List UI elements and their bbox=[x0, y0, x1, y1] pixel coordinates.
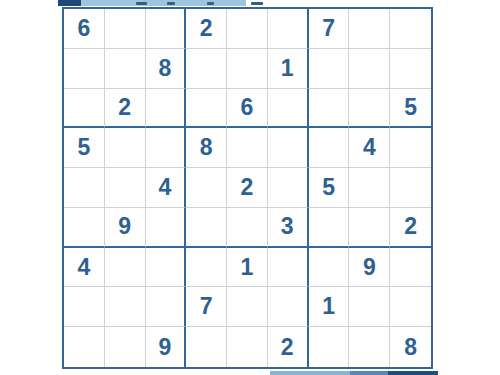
cell-r2c5[interactable] bbox=[227, 49, 268, 89]
cell-r1c4[interactable]: 2 bbox=[186, 9, 227, 49]
cell-r5c5[interactable]: 2 bbox=[227, 168, 268, 208]
cell-r4c2[interactable] bbox=[105, 128, 146, 168]
cell-r4c9[interactable] bbox=[390, 128, 431, 168]
cell-r4c7[interactable] bbox=[309, 128, 350, 168]
cell-r1c5[interactable] bbox=[227, 9, 268, 49]
cell-r7c9[interactable] bbox=[390, 248, 431, 288]
cell-r8c9[interactable] bbox=[390, 287, 431, 327]
cell-r7c1[interactable]: 4 bbox=[64, 248, 105, 288]
bottom-bar-light-segment bbox=[270, 371, 350, 375]
cell-r3c2[interactable]: 2 bbox=[105, 89, 146, 129]
cell-r5c6[interactable] bbox=[268, 168, 309, 208]
bottom-bar-mid-segment bbox=[350, 371, 388, 375]
cell-r6c4[interactable] bbox=[186, 208, 227, 248]
cell-r3c8[interactable] bbox=[349, 89, 390, 129]
cell-r3c1[interactable] bbox=[64, 89, 105, 129]
cell-r4c4[interactable]: 8 bbox=[186, 128, 227, 168]
ui-remnant-bottom bbox=[0, 371, 500, 375]
cell-r2c6[interactable]: 1 bbox=[268, 49, 309, 89]
cell-r5c9[interactable] bbox=[390, 168, 431, 208]
bottom-bar-navy-segment bbox=[388, 371, 438, 375]
cell-r9c7[interactable] bbox=[309, 327, 350, 367]
toolbar-text-remnant bbox=[207, 2, 214, 5]
toolbar-remnant-top bbox=[58, 0, 248, 6]
cell-r5c7[interactable]: 5 bbox=[309, 168, 350, 208]
cell-r9c1[interactable] bbox=[64, 327, 105, 367]
cell-r3c7[interactable] bbox=[309, 89, 350, 129]
cell-r2c9[interactable] bbox=[390, 49, 431, 89]
toolbar-text-remnant bbox=[251, 2, 263, 5]
cell-r5c4[interactable] bbox=[186, 168, 227, 208]
cell-r2c3[interactable]: 8 bbox=[146, 49, 187, 89]
cell-r5c1[interactable] bbox=[64, 168, 105, 208]
cell-r6c9[interactable]: 2 bbox=[390, 208, 431, 248]
cell-r9c6[interactable]: 2 bbox=[268, 327, 309, 367]
cell-r8c3[interactable] bbox=[146, 287, 187, 327]
cell-r4c8[interactable]: 4 bbox=[349, 128, 390, 168]
cell-r2c4[interactable] bbox=[186, 49, 227, 89]
cell-r5c8[interactable] bbox=[349, 168, 390, 208]
cell-r4c6[interactable] bbox=[268, 128, 309, 168]
cell-r7c4[interactable] bbox=[186, 248, 227, 288]
cell-r3c4[interactable] bbox=[186, 89, 227, 129]
cell-r9c2[interactable] bbox=[105, 327, 146, 367]
cell-r6c6[interactable]: 3 bbox=[268, 208, 309, 248]
cell-r6c8[interactable] bbox=[349, 208, 390, 248]
cell-r6c1[interactable] bbox=[64, 208, 105, 248]
cell-r7c5[interactable]: 1 bbox=[227, 248, 268, 288]
cell-r8c7[interactable]: 1 bbox=[309, 287, 350, 327]
cell-r3c3[interactable] bbox=[146, 89, 187, 129]
cell-r2c8[interactable] bbox=[349, 49, 390, 89]
toolbar-text-remnant bbox=[136, 2, 147, 5]
cell-r8c4[interactable]: 7 bbox=[186, 287, 227, 327]
cell-r9c9[interactable]: 8 bbox=[390, 327, 431, 367]
cell-r1c7[interactable]: 7 bbox=[309, 9, 350, 49]
toolbar-navy-block bbox=[58, 0, 81, 6]
cell-r4c3[interactable] bbox=[146, 128, 187, 168]
cell-r4c5[interactable] bbox=[227, 128, 268, 168]
cell-r8c5[interactable] bbox=[227, 287, 268, 327]
cell-r7c3[interactable] bbox=[146, 248, 187, 288]
cell-r1c3[interactable] bbox=[146, 9, 187, 49]
cell-r7c6[interactable] bbox=[268, 248, 309, 288]
cell-r1c1[interactable]: 6 bbox=[64, 9, 105, 49]
cell-r5c3[interactable]: 4 bbox=[146, 168, 187, 208]
cell-r7c8[interactable]: 9 bbox=[349, 248, 390, 288]
cell-r2c2[interactable] bbox=[105, 49, 146, 89]
cell-r9c3[interactable]: 9 bbox=[146, 327, 187, 367]
cell-r6c5[interactable] bbox=[227, 208, 268, 248]
cell-r8c1[interactable] bbox=[64, 287, 105, 327]
cell-r2c1[interactable] bbox=[64, 49, 105, 89]
cell-r3c6[interactable] bbox=[268, 89, 309, 129]
cell-r9c5[interactable] bbox=[227, 327, 268, 367]
cell-r9c4[interactable] bbox=[186, 327, 227, 367]
toolbar-text-remnant bbox=[167, 2, 175, 5]
cell-r2c7[interactable] bbox=[309, 49, 350, 89]
cell-r1c6[interactable] bbox=[268, 9, 309, 49]
cell-r8c2[interactable] bbox=[105, 287, 146, 327]
cell-r6c3[interactable] bbox=[146, 208, 187, 248]
cell-r1c8[interactable] bbox=[349, 9, 390, 49]
cell-r6c7[interactable] bbox=[309, 208, 350, 248]
cell-r5c2[interactable] bbox=[105, 168, 146, 208]
cell-r9c8[interactable] bbox=[349, 327, 390, 367]
cell-r6c2[interactable]: 9 bbox=[105, 208, 146, 248]
sudoku-board: 6278126558442593241971928 bbox=[62, 7, 433, 369]
sudoku-screen: 6278126558442593241971928 bbox=[0, 0, 500, 375]
cell-r4c1[interactable]: 5 bbox=[64, 128, 105, 168]
cell-r3c9[interactable]: 5 bbox=[390, 89, 431, 129]
cell-r3c5[interactable]: 6 bbox=[227, 89, 268, 129]
cell-r7c2[interactable] bbox=[105, 248, 146, 288]
cell-r8c8[interactable] bbox=[349, 287, 390, 327]
cell-r8c6[interactable] bbox=[268, 287, 309, 327]
cell-r1c9[interactable] bbox=[390, 9, 431, 49]
cell-r1c2[interactable] bbox=[105, 9, 146, 49]
cell-r7c7[interactable] bbox=[309, 248, 350, 288]
toolbar-light-bar bbox=[81, 0, 246, 6]
